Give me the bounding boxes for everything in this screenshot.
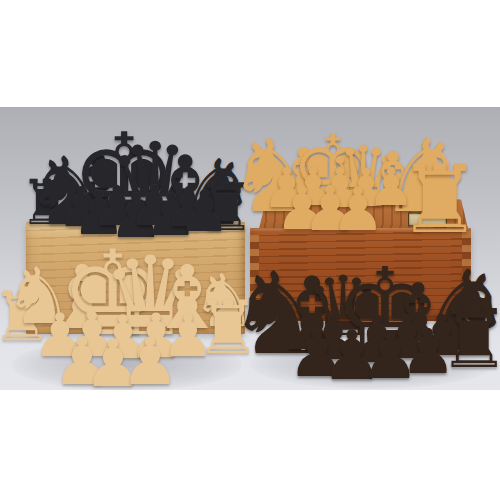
white-matte-top [0, 0, 500, 107]
table-shadow-right [250, 339, 494, 389]
photo-of-two-chess-sets: ♜♞♝♚♛♝♞♜♟♟♟♟♟♟♟♟ ♞♝♚♛♝♞♜♟♟♟♟♟♟♟♟ ♜♞♝♚♛♝♞… [0, 0, 500, 500]
black-staunton-queen-piece: ♛ [107, 129, 203, 236]
table-shadow-left [12, 339, 242, 391]
finger-joint-right [462, 231, 471, 321]
mahogany-chess-box-front [250, 228, 471, 321]
box-plaque [408, 212, 447, 227]
pale-wood-chess-box [26, 222, 245, 334]
white-matte-bottom [0, 390, 500, 500]
grey-studio-backdrop: ♜♞♝♚♛♝♞♜♟♟♟♟♟♟♟♟ ♞♝♚♛♝♞♜♟♟♟♟♟♟♟♟ ♜♞♝♚♛♝♞… [0, 107, 500, 390]
black-staunton-king-piece: ♚ [70, 118, 178, 238]
finger-joint-left [250, 235, 259, 319]
